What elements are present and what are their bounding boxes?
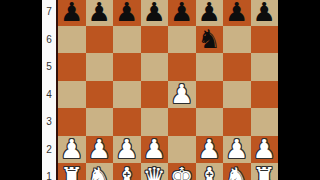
white-pawn[interactable]: ♟ <box>143 136 166 162</box>
square-h6[interactable] <box>251 26 279 54</box>
square-d4[interactable] <box>141 81 169 109</box>
square-b3[interactable] <box>86 108 114 136</box>
rank-label-3: 3 <box>42 108 56 136</box>
square-h5[interactable] <box>251 53 279 81</box>
square-b4[interactable] <box>86 81 114 109</box>
white-rook[interactable]: ♜ <box>253 164 276 180</box>
white-rook[interactable]: ♜ <box>60 164 83 180</box>
square-d2[interactable]: ♟ <box>141 136 169 164</box>
white-bishop[interactable]: ♝ <box>198 164 221 180</box>
square-h1[interactable]: ♜ <box>251 163 279 180</box>
black-pawn[interactable]: ♟ <box>88 0 111 25</box>
black-pawn[interactable]: ♟ <box>253 0 276 25</box>
square-g5[interactable] <box>223 53 251 81</box>
square-c5[interactable] <box>113 53 141 81</box>
square-e4[interactable]: ♟ <box>168 81 196 109</box>
chess-board[interactable]: ♜♞♝♛♚♝♜♟♟♟♟♟♟♟♟♞♟♟♟♟♟♟♟♟♜♞♝♛♚♝♞♜ <box>58 0 278 180</box>
black-knight[interactable]: ♞ <box>198 26 221 52</box>
square-a3[interactable] <box>58 108 86 136</box>
black-pawn[interactable]: ♟ <box>115 0 138 25</box>
white-pawn[interactable]: ♟ <box>88 136 111 162</box>
square-f7[interactable]: ♟ <box>196 0 224 26</box>
square-b6[interactable] <box>86 26 114 54</box>
black-pawn[interactable]: ♟ <box>143 0 166 25</box>
black-pawn[interactable]: ♟ <box>170 0 193 25</box>
square-g4[interactable] <box>223 81 251 109</box>
square-e7[interactable]: ♟ <box>168 0 196 26</box>
white-pawn[interactable]: ♟ <box>253 136 276 162</box>
square-a7[interactable]: ♟ <box>58 0 86 26</box>
square-d1[interactable]: ♛ <box>141 163 169 180</box>
square-g1[interactable]: ♞ <box>223 163 251 180</box>
rank-label-2: 2 <box>42 136 56 164</box>
square-e3[interactable] <box>168 108 196 136</box>
square-g2[interactable]: ♟ <box>223 136 251 164</box>
square-h2[interactable]: ♟ <box>251 136 279 164</box>
square-a2[interactable]: ♟ <box>58 136 86 164</box>
white-bishop[interactable]: ♝ <box>115 164 138 180</box>
square-f6[interactable]: ♞ <box>196 26 224 54</box>
square-f3[interactable] <box>196 108 224 136</box>
square-f1[interactable]: ♝ <box>196 163 224 180</box>
square-b7[interactable]: ♟ <box>86 0 114 26</box>
square-c7[interactable]: ♟ <box>113 0 141 26</box>
black-pawn[interactable]: ♟ <box>198 0 221 25</box>
square-c1[interactable]: ♝ <box>113 163 141 180</box>
square-c6[interactable] <box>113 26 141 54</box>
square-f5[interactable] <box>196 53 224 81</box>
white-pawn[interactable]: ♟ <box>225 136 248 162</box>
square-d7[interactable]: ♟ <box>141 0 169 26</box>
square-a1[interactable]: ♜ <box>58 163 86 180</box>
white-knight[interactable]: ♞ <box>88 164 111 180</box>
square-e1[interactable]: ♚ <box>168 163 196 180</box>
square-c4[interactable] <box>113 81 141 109</box>
square-g3[interactable] <box>223 108 251 136</box>
rank-label-5: 5 <box>42 53 56 81</box>
square-e5[interactable] <box>168 53 196 81</box>
square-f4[interactable] <box>196 81 224 109</box>
rank-label-1: 1 <box>42 163 56 180</box>
square-a5[interactable] <box>58 53 86 81</box>
white-king[interactable]: ♚ <box>170 164 193 180</box>
square-a4[interactable] <box>58 81 86 109</box>
white-pawn[interactable]: ♟ <box>60 136 83 162</box>
rank-coordinate-strip: 7654321 <box>42 0 56 180</box>
rank-label-4: 4 <box>42 81 56 109</box>
square-g7[interactable]: ♟ <box>223 0 251 26</box>
square-h4[interactable] <box>251 81 279 109</box>
rank-label-6: 6 <box>42 26 56 54</box>
white-knight[interactable]: ♞ <box>225 164 248 180</box>
rank-label-7: 7 <box>42 0 56 26</box>
white-queen[interactable]: ♛ <box>143 164 166 180</box>
white-pawn[interactable]: ♟ <box>170 81 193 107</box>
square-b5[interactable] <box>86 53 114 81</box>
square-b2[interactable]: ♟ <box>86 136 114 164</box>
white-pawn[interactable]: ♟ <box>115 136 138 162</box>
square-e2[interactable] <box>168 136 196 164</box>
white-pawn[interactable]: ♟ <box>198 136 221 162</box>
square-d6[interactable] <box>141 26 169 54</box>
square-c3[interactable] <box>113 108 141 136</box>
square-d5[interactable] <box>141 53 169 81</box>
square-c2[interactable]: ♟ <box>113 136 141 164</box>
black-pawn[interactable]: ♟ <box>225 0 248 25</box>
square-e6[interactable] <box>168 26 196 54</box>
square-g6[interactable] <box>223 26 251 54</box>
square-d3[interactable] <box>141 108 169 136</box>
black-pawn[interactable]: ♟ <box>60 0 83 25</box>
square-a6[interactable] <box>58 26 86 54</box>
square-f2[interactable]: ♟ <box>196 136 224 164</box>
square-b1[interactable]: ♞ <box>86 163 114 180</box>
square-h3[interactable] <box>251 108 279 136</box>
chess-app-screen: 7654321 ♜♞♝♛♚♝♜♟♟♟♟♟♟♟♟♞♟♟♟♟♟♟♟♟♜♞♝♛♚♝♞♜ <box>0 0 320 180</box>
square-h7[interactable]: ♟ <box>251 0 279 26</box>
